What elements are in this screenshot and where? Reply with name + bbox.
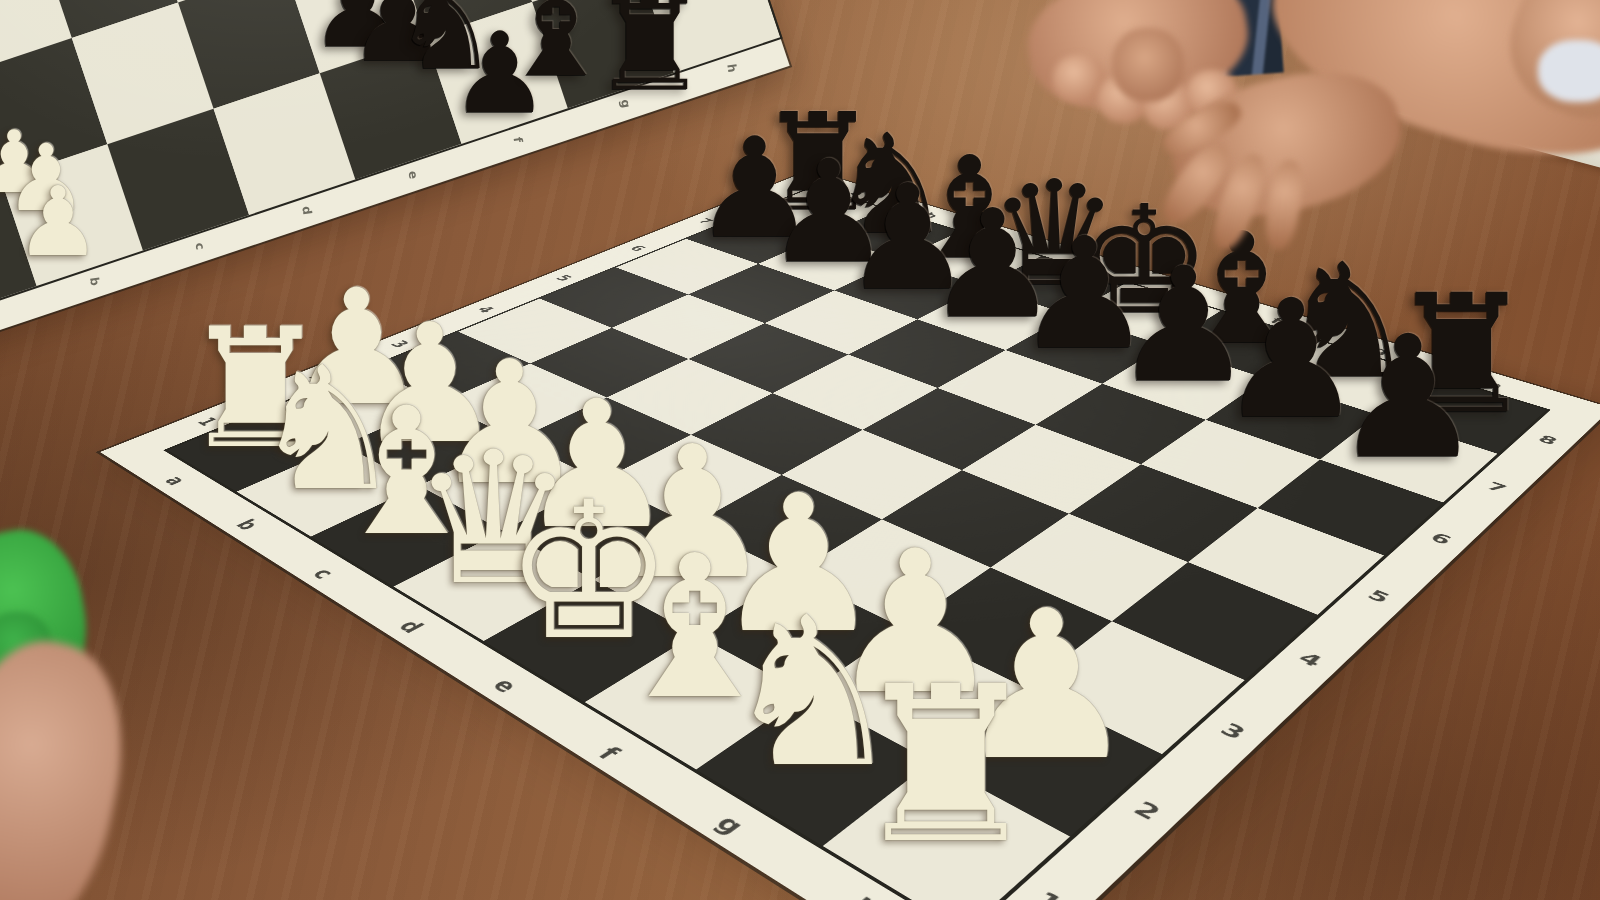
white-rook-h1: ♜ [849,658,1042,873]
curled-finger [1112,28,1184,102]
second-board-white-pawn: ♟ [15,174,101,270]
black-pawn-h7: ♟ [1333,313,1484,482]
chess-club-photo: abcdefgh ♟♟♟♟♟♞♟♝♜ aa11bb22cc33dd44ee55f… [0,0,1600,900]
light-sleeve [1538,40,1600,102]
second-board-black-rook: ♜ [591,0,709,109]
